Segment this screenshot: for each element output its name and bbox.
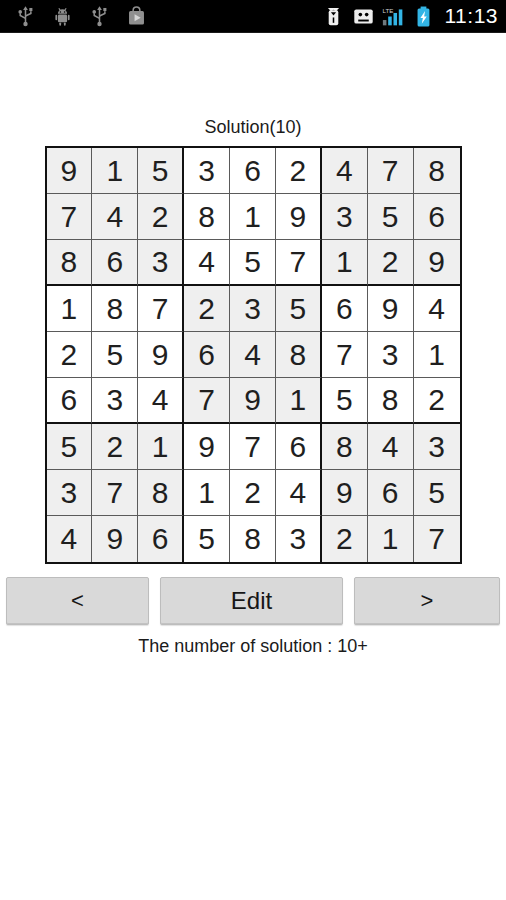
sudoku-cell-r7c4: 9 bbox=[184, 424, 230, 470]
button-row: < Edit > bbox=[0, 577, 506, 625]
sudoku-cell-r9c2: 9 bbox=[92, 516, 138, 562]
sudoku-cell-r3c4: 4 bbox=[184, 240, 230, 286]
sudoku-cell-r3c1: 8 bbox=[47, 240, 93, 286]
sudoku-cell-r1c9: 8 bbox=[414, 148, 460, 194]
sudoku-cell-r7c5: 7 bbox=[230, 424, 276, 470]
page-title: Solution(10) bbox=[0, 117, 506, 138]
sudoku-cell-r5c2: 5 bbox=[92, 332, 138, 378]
sudoku-cell-r2c8: 5 bbox=[368, 194, 414, 240]
sudoku-cell-r8c5: 2 bbox=[230, 470, 276, 516]
sudoku-cell-r1c7: 4 bbox=[322, 148, 368, 194]
sudoku-cell-r5c8: 3 bbox=[368, 332, 414, 378]
sudoku-cell-r7c2: 2 bbox=[92, 424, 138, 470]
sudoku-cell-r9c9: 7 bbox=[414, 516, 460, 562]
sudoku-cell-r8c4: 1 bbox=[184, 470, 230, 516]
sudoku-cell-r6c7: 5 bbox=[322, 378, 368, 424]
sudoku-cell-r1c2: 1 bbox=[92, 148, 138, 194]
sudoku-cell-r8c3: 8 bbox=[138, 470, 184, 516]
sudoku-cell-r1c6: 2 bbox=[276, 148, 322, 194]
sudoku-cell-r4c3: 7 bbox=[138, 286, 184, 332]
sudoku-cell-r4c5: 3 bbox=[230, 286, 276, 332]
sudoku-cell-r2c4: 8 bbox=[184, 194, 230, 240]
sudoku-cell-r6c5: 9 bbox=[230, 378, 276, 424]
sudoku-cell-r6c8: 8 bbox=[368, 378, 414, 424]
prev-solution-button[interactable]: < bbox=[6, 577, 149, 625]
sudoku-cell-r2c7: 3 bbox=[322, 194, 368, 240]
sudoku-cell-r1c3: 5 bbox=[138, 148, 184, 194]
sudoku-cell-r1c8: 7 bbox=[368, 148, 414, 194]
sudoku-cell-r7c8: 4 bbox=[368, 424, 414, 470]
sudoku-cell-r9c5: 8 bbox=[230, 516, 276, 562]
lte-signal-icon: LTE bbox=[382, 5, 405, 28]
sudoku-cell-r9c1: 4 bbox=[47, 516, 93, 562]
sudoku-cell-r7c9: 3 bbox=[414, 424, 460, 470]
board-wrap: 9153624787428193568634571291872356942596… bbox=[0, 146, 506, 564]
status-bar-left bbox=[14, 5, 148, 28]
status-bar-right: LTE 11:13 bbox=[322, 4, 499, 28]
sudoku-cell-r7c1: 5 bbox=[47, 424, 93, 470]
sudoku-grid: 9153624787428193568634571291872356942596… bbox=[45, 146, 462, 564]
battery-charging-icon bbox=[412, 5, 435, 28]
sudoku-cell-r3c9: 9 bbox=[414, 240, 460, 286]
sudoku-cell-r1c1: 9 bbox=[47, 148, 93, 194]
sudoku-cell-r3c5: 5 bbox=[230, 240, 276, 286]
sudoku-cell-r4c7: 6 bbox=[322, 286, 368, 332]
sudoku-cell-r7c6: 6 bbox=[276, 424, 322, 470]
sudoku-cell-r6c2: 3 bbox=[92, 378, 138, 424]
sudoku-cell-r9c4: 5 bbox=[184, 516, 230, 562]
sudoku-cell-r4c9: 4 bbox=[414, 286, 460, 332]
sudoku-cell-r6c6: 1 bbox=[276, 378, 322, 424]
sudoku-cell-r5c9: 1 bbox=[414, 332, 460, 378]
sudoku-cell-r8c2: 7 bbox=[92, 470, 138, 516]
sudoku-cell-r4c8: 9 bbox=[368, 286, 414, 332]
sudoku-cell-r5c7: 7 bbox=[322, 332, 368, 378]
sudoku-cell-r8c1: 3 bbox=[47, 470, 93, 516]
sudoku-cell-r6c9: 2 bbox=[414, 378, 460, 424]
sudoku-cell-r2c9: 6 bbox=[414, 194, 460, 240]
sudoku-cell-r9c3: 6 bbox=[138, 516, 184, 562]
sudoku-cell-r2c2: 4 bbox=[92, 194, 138, 240]
usb-icon bbox=[14, 5, 37, 28]
sudoku-cell-r9c6: 3 bbox=[276, 516, 322, 562]
next-solution-button[interactable]: > bbox=[354, 577, 500, 625]
svg-text:LTE: LTE bbox=[382, 6, 393, 13]
sudoku-cell-r9c8: 1 bbox=[368, 516, 414, 562]
usb-icon bbox=[88, 5, 111, 28]
sudoku-cell-r2c5: 1 bbox=[230, 194, 276, 240]
sudoku-cell-r8c6: 4 bbox=[276, 470, 322, 516]
sudoku-cell-r4c1: 1 bbox=[47, 286, 93, 332]
sudoku-cell-r8c8: 6 bbox=[368, 470, 414, 516]
sudoku-cell-r5c4: 6 bbox=[184, 332, 230, 378]
sudoku-cell-r4c6: 5 bbox=[276, 286, 322, 332]
sudoku-cell-r2c1: 7 bbox=[47, 194, 93, 240]
sudoku-cell-r3c8: 2 bbox=[368, 240, 414, 286]
sudoku-cell-r5c5: 4 bbox=[230, 332, 276, 378]
sudoku-cell-r6c1: 6 bbox=[47, 378, 93, 424]
sudoku-cell-r2c6: 9 bbox=[276, 194, 322, 240]
sudoku-cell-r9c7: 2 bbox=[322, 516, 368, 562]
solution-count-caption: The number of solution : 10+ bbox=[0, 636, 506, 657]
sudoku-cell-r3c6: 7 bbox=[276, 240, 322, 286]
edit-button[interactable]: Edit bbox=[160, 577, 343, 625]
sudoku-cell-r2c3: 2 bbox=[138, 194, 184, 240]
status-bar: LTE 11:13 bbox=[0, 0, 506, 33]
play-store-icon bbox=[125, 5, 148, 28]
face-status-icon bbox=[352, 5, 375, 28]
sudoku-cell-r3c3: 3 bbox=[138, 240, 184, 286]
sudoku-cell-r6c4: 7 bbox=[184, 378, 230, 424]
sudoku-cell-r5c6: 8 bbox=[276, 332, 322, 378]
sudoku-cell-r8c9: 5 bbox=[414, 470, 460, 516]
sudoku-cell-r5c3: 9 bbox=[138, 332, 184, 378]
sudoku-cell-r1c5: 6 bbox=[230, 148, 276, 194]
sudoku-cell-r6c3: 4 bbox=[138, 378, 184, 424]
device-status-icon bbox=[322, 5, 345, 28]
sudoku-cell-r4c4: 2 bbox=[184, 286, 230, 332]
android-robot-icon bbox=[51, 5, 74, 28]
clock: 11:13 bbox=[445, 4, 499, 28]
sudoku-cell-r3c2: 6 bbox=[92, 240, 138, 286]
sudoku-cell-r1c4: 3 bbox=[184, 148, 230, 194]
sudoku-cell-r3c7: 1 bbox=[322, 240, 368, 286]
sudoku-cell-r7c7: 8 bbox=[322, 424, 368, 470]
sudoku-cell-r8c7: 9 bbox=[322, 470, 368, 516]
sudoku-cell-r4c2: 8 bbox=[92, 286, 138, 332]
sudoku-cell-r5c1: 2 bbox=[47, 332, 93, 378]
sudoku-cell-r7c3: 1 bbox=[138, 424, 184, 470]
